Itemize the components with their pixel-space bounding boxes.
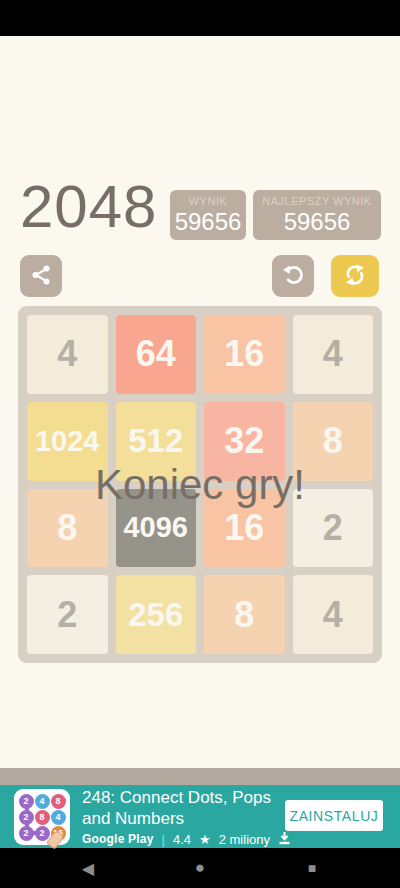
score-label: WYNIK (189, 195, 228, 207)
ad-text-block: 248: Connect Dots, Pops and Numbers Goog… (82, 787, 291, 847)
nav-recents-icon[interactable]: ■ (296, 860, 328, 876)
best-score-label: NAJLEPSZY WYNIK (262, 195, 371, 207)
ad-icon-dot-8: 8 (51, 794, 66, 809)
install-button[interactable]: ZAINSTALUJ (285, 800, 383, 831)
share-icon (29, 263, 53, 290)
score-box: WYNIK 59656 (170, 190, 246, 240)
ad-icon-dot-2: 2 (19, 794, 34, 809)
ad-banner[interactable]: 2482842216 248: Connect Dots, Pops and N… (0, 785, 400, 848)
ad-icon-dot-8: 8 (35, 810, 50, 825)
score-panel: WYNIK 59656 NAJLEPSZY WYNIK 59656 (170, 190, 381, 240)
game-over-overlay: Koniec gry! (18, 306, 382, 663)
ad-icon-dot-2: 2 (19, 810, 34, 825)
ad-app-icon[interactable]: 2482842216 (14, 789, 70, 845)
undo-icon (280, 262, 306, 291)
ad-icon-dot-4: 4 (35, 794, 50, 809)
nav-back-icon[interactable]: ◀ (72, 859, 104, 878)
google-play-logo: Google Play (82, 832, 154, 846)
ad-installs: 2 miliony (219, 832, 270, 847)
best-score-value: 59656 (284, 208, 351, 236)
ad-icon-dot-2: 2 (35, 826, 50, 841)
meta-divider: | (162, 832, 165, 847)
game-over-text: Koniec gry! (95, 461, 305, 509)
undo-button[interactable] (272, 255, 314, 297)
share-button[interactable] (20, 255, 62, 297)
ad-title-line2[interactable]: and Numbers (82, 808, 291, 829)
app-title: 2048 (20, 172, 157, 241)
status-bar (0, 0, 400, 36)
ad-top-strip (0, 768, 400, 785)
ad-icon-dot-4: 4 (51, 810, 66, 825)
android-nav-bar: ◀ ● ■ (0, 848, 400, 888)
refresh-icon (342, 262, 368, 291)
nav-home-icon[interactable]: ● (184, 858, 216, 878)
score-value: 59656 (175, 208, 242, 236)
star-icon: ★ (199, 832, 211, 847)
best-score-box: NAJLEPSZY WYNIK 59656 (253, 190, 381, 240)
ad-title-line1[interactable]: 248: Connect Dots, Pops (82, 787, 291, 808)
ad-icon-dot-2: 2 (19, 826, 34, 841)
ad-meta-row: Google Play | 4.4 ★ 2 miliony (82, 831, 291, 847)
game-board[interactable]: 464164102451232884096162225684 Koniec gr… (18, 306, 382, 663)
download-icon (278, 831, 291, 848)
new-game-button[interactable] (331, 255, 379, 297)
ad-rating: 4.4 (173, 832, 191, 847)
